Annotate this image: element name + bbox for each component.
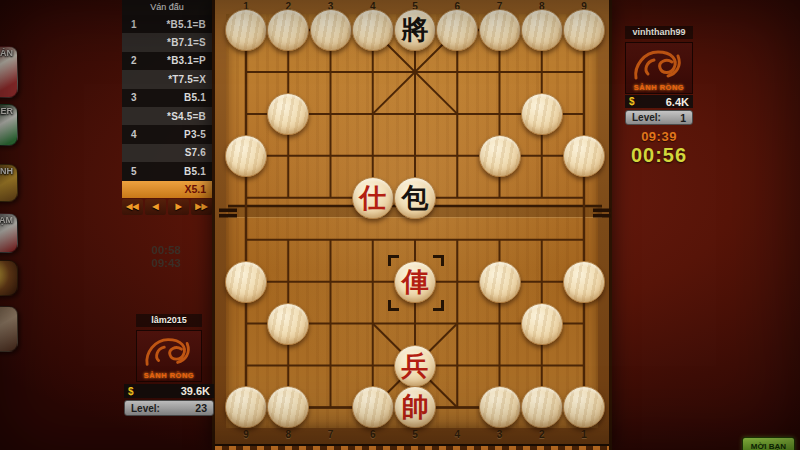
board-bottom-trim [215, 444, 609, 450]
move-row: *T7.5=X [122, 70, 212, 88]
move-text: *B7.1=S [167, 37, 206, 48]
left-game-icon-label: KER [0, 106, 13, 116]
left-game-icon-4[interactable]: ẠM [0, 213, 18, 253]
piece-f7r10-covered[interactable] [479, 386, 521, 428]
move-row: 3B5.1 [122, 89, 212, 107]
file-label-bottom-7: 7 [321, 429, 341, 440]
piece-f7r7-covered[interactable] [479, 261, 521, 303]
file-label-bottom-1: 1 [574, 429, 594, 440]
piece-glyph: 俥 [402, 261, 429, 303]
left-game-icon-1[interactable]: ÁN [0, 46, 18, 98]
move-row: 4P3-5 [122, 125, 212, 143]
piece-f9r7-covered[interactable] [563, 261, 605, 303]
piece-f5r1-將[interactable]: 將 [394, 9, 436, 51]
club-name-left: SẢNH RỒNG [137, 371, 201, 380]
nav-prev-button[interactable]: ◀ [145, 199, 166, 215]
game-screen: ÁNKERNHẠM Ván đấu 1*B5.1=B*B7.1=S2*B3.1=… [0, 0, 800, 450]
move-text: *B5.1=B [167, 19, 206, 30]
piece-f9r4-covered[interactable] [563, 135, 605, 177]
file-label-bottom-5: 5 [405, 429, 425, 440]
move-number: 1 [131, 19, 144, 30]
move-row: 5B5.1 [122, 162, 212, 180]
piece-glyph: 將 [402, 9, 429, 51]
currency-icon: $ [629, 96, 635, 107]
current-move-text: X5.1 [184, 183, 206, 195]
left-game-icon-6[interactable] [0, 306, 18, 352]
clock-move-left: 00:58 [124, 244, 208, 257]
move-row: S7.6 [122, 144, 212, 162]
move-row: 1*B5.1=B [122, 15, 212, 33]
invite-friend-button[interactable]: MỜI BẠN [742, 437, 795, 450]
piece-f3r1-covered[interactable] [310, 9, 352, 51]
left-game-icon-label: ẠM [0, 215, 13, 225]
piece-f6r1-covered[interactable] [436, 9, 478, 51]
move-row-current: X5.1 [122, 181, 212, 198]
piece-f1r1-covered[interactable] [225, 9, 267, 51]
move-text: *S4.5=B [167, 111, 206, 122]
money-bar-left: $ 39.6K [124, 384, 214, 398]
piece-glyph: 包 [402, 177, 429, 219]
level-label-right: Level: [632, 112, 661, 123]
piece-f5r7-俥[interactable]: 俥 [394, 261, 436, 303]
player-avatar-right[interactable]: SẢNH RỒNG [625, 42, 693, 94]
left-game-icon-label: ÁN [0, 48, 13, 58]
piece-f2r3-covered[interactable] [267, 93, 309, 135]
piece-f9r1-covered[interactable] [563, 9, 605, 51]
move-number: 4 [131, 129, 144, 140]
nav-last-button[interactable]: ▶▶ [191, 199, 212, 215]
file-label-bottom-2: 2 [532, 429, 552, 440]
move-list-header: Ván đấu [122, 0, 212, 15]
dragon-icon [139, 332, 201, 372]
file-label-bottom-6: 6 [363, 429, 383, 440]
move-row: *B7.1=S [122, 33, 212, 51]
piece-f8r8-covered[interactable] [521, 303, 563, 345]
money-value-right: 6.4K [666, 96, 689, 108]
level-bar-left: Level: 23 [124, 400, 214, 416]
file-label-bottom-8: 8 [278, 429, 298, 440]
level-value-right: 1 [680, 112, 686, 124]
file-label-bottom-4: 4 [447, 429, 467, 440]
piece-f2r1-covered[interactable] [267, 9, 309, 51]
move-nav: ◀◀◀▶▶▶ [122, 199, 212, 215]
move-row: *S4.5=B [122, 107, 212, 125]
nav-next-button[interactable]: ▶ [168, 199, 189, 215]
left-game-icon-2[interactable]: KER [0, 104, 18, 146]
piece-f7r4-covered[interactable] [479, 135, 521, 177]
player-name-left: lâm2015 [136, 314, 202, 327]
player-name-right: vinhthanh99 [625, 26, 693, 39]
move-text: B5.1 [184, 166, 206, 177]
move-row: 2*B3.1=P [122, 52, 212, 70]
move-number: 2 [131, 55, 144, 66]
piece-f1r4-covered[interactable] [225, 135, 267, 177]
level-label-left: Level: [131, 403, 160, 414]
piece-f8r1-covered[interactable] [521, 9, 563, 51]
piece-f4r5-仕[interactable]: 仕 [352, 177, 394, 219]
level-bar-right: Level: 1 [625, 110, 693, 125]
left-game-icon-5[interactable] [0, 260, 18, 296]
piece-f7r1-covered[interactable] [479, 9, 521, 51]
piece-f4r10-covered[interactable] [352, 386, 394, 428]
piece-f8r3-covered[interactable] [521, 93, 563, 135]
piece-f4r1-covered[interactable] [352, 9, 394, 51]
piece-glyph: 仕 [359, 177, 386, 219]
move-list: Ván đấu 1*B5.1=B*B7.1=S2*B3.1=P*T7.5=X3B… [122, 0, 212, 215]
move-number: 5 [131, 166, 144, 177]
clock-total-right: 09:39 [625, 129, 693, 144]
player-panel-right: vinhthanh99 SẢNH RỒNG $ 6.4K Level: 1 09… [625, 26, 693, 167]
piece-f5r5-包[interactable]: 包 [394, 177, 436, 219]
player-panel-left: 00:58 09:43 lâm2015 SẢNH RỒNG $ 39.6K Le… [124, 244, 214, 416]
move-number: 3 [131, 92, 144, 103]
move-text: S7.6 [185, 147, 206, 158]
piece-f2r8-covered[interactable] [267, 303, 309, 345]
level-value-left: 23 [195, 402, 207, 414]
left-game-icon-label: NH [0, 166, 13, 176]
dragon-icon [628, 44, 692, 86]
piece-f1r7-covered[interactable] [225, 261, 267, 303]
clocks-left: 00:58 09:43 [124, 244, 214, 270]
file-label-bottom-9: 9 [236, 429, 256, 440]
nav-first-button[interactable]: ◀◀ [122, 199, 143, 215]
move-text: P3-5 [184, 129, 206, 140]
money-value-left: 39.6K [181, 385, 210, 397]
xiangqi-board[interactable]: 123456789 987654321 將仕包俥兵帥 [212, 0, 612, 450]
move-text: B5.1 [184, 92, 206, 103]
clock-total-left: 09:43 [124, 257, 208, 270]
club-name-right: SẢNH RỒNG [626, 83, 692, 92]
move-text: *T7.5=X [168, 74, 206, 85]
file-label-bottom-3: 3 [490, 429, 510, 440]
move-list-rows: 1*B5.1=B*B7.1=S2*B3.1=P*T7.5=X3B5.1*S4.5… [122, 15, 212, 181]
move-text: *B3.1=P [167, 55, 206, 66]
piece-glyph: 帥 [402, 386, 429, 428]
piece-f5r9-兵[interactable]: 兵 [394, 345, 436, 387]
clock-move-right: 00:56 [625, 144, 693, 167]
piece-glyph: 兵 [402, 345, 429, 387]
left-game-icon-3[interactable]: NH [0, 164, 18, 202]
money-bar-right: $ 6.4K [625, 95, 693, 108]
player-avatar-left[interactable]: SẢNH RỒNG [136, 330, 202, 382]
piece-f8r10-covered[interactable] [521, 386, 563, 428]
currency-icon: $ [128, 386, 134, 397]
